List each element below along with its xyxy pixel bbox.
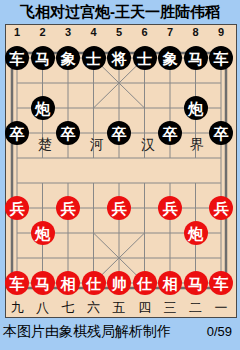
piece-red[interactable]: 仕 <box>82 271 106 295</box>
file-label: 一 <box>211 299 232 317</box>
river-char: 界 <box>187 136 207 154</box>
piece-red[interactable]: 兵 <box>107 196 131 220</box>
file-number: 5 <box>109 26 130 38</box>
file-label: 八 <box>32 299 53 317</box>
file-number: 9 <box>211 26 232 38</box>
piece-red[interactable]: 兵 <box>209 196 233 220</box>
piece-black[interactable]: 马 <box>184 46 208 70</box>
piece-black[interactable]: 卒 <box>107 121 131 145</box>
file-number: 6 <box>134 26 155 38</box>
piece-black[interactable]: 士 <box>133 46 157 70</box>
piece-red[interactable]: 兵 <box>56 196 80 220</box>
frame-counter: 0/59 <box>207 324 232 339</box>
piece-red[interactable]: 马 <box>184 271 208 295</box>
piece-red[interactable]: 相 <box>158 271 182 295</box>
piece-black[interactable]: 将 <box>107 46 131 70</box>
piece-red[interactable]: 相 <box>56 271 80 295</box>
file-label: 三 <box>160 299 181 317</box>
river-char: 河 <box>87 136 107 154</box>
piece-black[interactable]: 马 <box>31 46 55 70</box>
piece-black[interactable]: 炮 <box>184 96 208 120</box>
piece-red[interactable]: 兵 <box>5 196 29 220</box>
file-label: 四 <box>134 299 155 317</box>
river-char: 汉 <box>138 136 158 154</box>
piece-black[interactable]: 卒 <box>209 121 233 145</box>
piece-black[interactable]: 象 <box>158 46 182 70</box>
file-number: 7 <box>160 26 181 38</box>
file-label: 九 <box>7 299 28 317</box>
river-char: 楚 <box>35 136 55 154</box>
page-title: 飞相对过宫炮-王天一胜陆伟稻 <box>0 0 240 22</box>
piece-black[interactable]: 象 <box>56 46 80 70</box>
file-number: 2 <box>32 26 53 38</box>
board-panel: 123456789 楚河汉界 车马象士将士象马车炮炮卒卒卒卒卒兵兵兵兵兵炮炮车马… <box>5 24 237 318</box>
piece-black[interactable]: 卒 <box>158 121 182 145</box>
file-label: 二 <box>185 299 206 317</box>
piece-red[interactable]: 车 <box>5 271 29 295</box>
piece-red[interactable]: 兵 <box>158 196 182 220</box>
footer-bar: 本图片由象棋残局解析制作 0/59 <box>0 323 240 341</box>
piece-red[interactable]: 马 <box>31 271 55 295</box>
piece-red[interactable]: 炮 <box>184 221 208 245</box>
file-number: 3 <box>58 26 79 38</box>
file-number: 4 <box>83 26 104 38</box>
file-number: 8 <box>185 26 206 38</box>
piece-black[interactable]: 卒 <box>56 121 80 145</box>
file-label: 七 <box>58 299 79 317</box>
caption: 本图片由象棋残局解析制作 <box>3 323 171 341</box>
piece-red[interactable]: 仕 <box>133 271 157 295</box>
piece-black[interactable]: 士 <box>82 46 106 70</box>
file-label: 五 <box>109 299 130 317</box>
piece-red[interactable]: 车 <box>209 271 233 295</box>
piece-black[interactable]: 车 <box>209 46 233 70</box>
piece-black[interactable]: 卒 <box>5 121 29 145</box>
piece-red[interactable]: 炮 <box>31 221 55 245</box>
piece-black[interactable]: 车 <box>5 46 29 70</box>
file-number: 1 <box>7 26 28 38</box>
file-label: 六 <box>83 299 104 317</box>
piece-red[interactable]: 帅 <box>107 271 131 295</box>
piece-black[interactable]: 炮 <box>31 96 55 120</box>
